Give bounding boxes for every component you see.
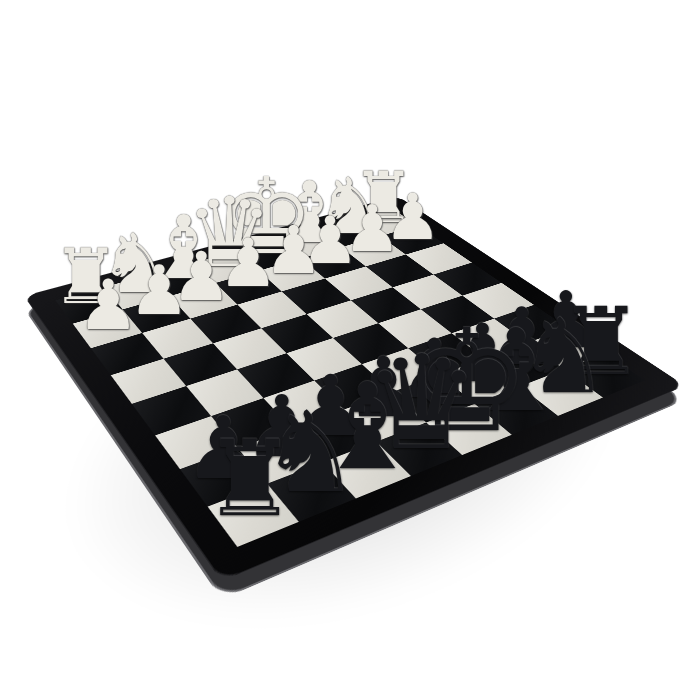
chess-set-photo: ♜♞♝♛♚♝♞♜♟♟♟♟♟♟♟♟♟♟♟♟♟♟♟♟♜♞♝♛♚♝♞♜ (0, 0, 700, 700)
white-pawn-a2[interactable]: ♟ (74, 271, 143, 340)
black-rook-a8[interactable]: ♜ (198, 427, 303, 532)
pieces-layer: ♜♞♝♛♚♝♞♜♟♟♟♟♟♟♟♟♟♟♟♟♟♟♟♟♜♞♝♛♚♝♞♜ (0, 0, 700, 700)
